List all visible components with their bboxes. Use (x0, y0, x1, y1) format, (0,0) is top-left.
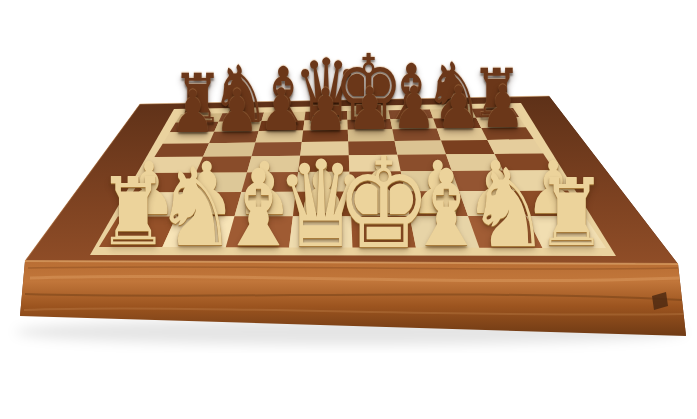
square-c8 (262, 112, 306, 121)
square-f1 (410, 216, 480, 248)
square-e1 (351, 216, 416, 248)
square-b6 (209, 131, 259, 143)
square-b2 (176, 192, 241, 216)
square-f3 (401, 171, 459, 191)
square-d8 (304, 111, 347, 121)
square-a7 (170, 122, 219, 133)
square-c6 (255, 131, 303, 143)
square-d1 (289, 216, 352, 247)
square-g7 (433, 118, 481, 129)
square-g6 (437, 128, 488, 140)
square-b4 (196, 156, 252, 173)
square-b5 (203, 143, 255, 157)
square-a4 (145, 157, 203, 173)
square-d4 (298, 155, 349, 172)
square-e8 (347, 110, 390, 120)
square-b8 (219, 113, 264, 122)
square-f6 (392, 129, 441, 141)
square-d6 (302, 130, 348, 142)
square-a6 (163, 132, 215, 144)
square-h5 (487, 139, 543, 154)
square-c1 (226, 216, 293, 247)
square-a8 (176, 113, 223, 122)
square-f7 (390, 118, 437, 129)
square-g5 (441, 140, 495, 154)
square-e6 (348, 129, 395, 141)
square-c4 (247, 156, 300, 173)
square-e5 (348, 141, 397, 155)
square-e2 (350, 191, 409, 216)
square-e4 (349, 155, 401, 172)
square-d5 (300, 142, 349, 156)
chess-set-photo: ♜♞♝♛♚♝♞♜♟♟♟♟♟♟♟♟♟♟♟♟♟♟♟♟♜♞♝♛♚♝♞♜ (0, 0, 697, 419)
square-c2 (235, 192, 296, 217)
square-d3 (296, 172, 350, 192)
square-e3 (349, 171, 404, 191)
square-c3 (241, 172, 298, 192)
square-f2 (405, 191, 468, 216)
square-h8 (472, 108, 520, 118)
square-b7 (214, 121, 261, 132)
square-e7 (347, 119, 392, 130)
square-g8 (430, 109, 476, 119)
chess-board (0, 0, 697, 419)
square-a5 (154, 143, 209, 157)
square-g3 (452, 171, 514, 192)
square-b3 (187, 172, 247, 192)
square-c7 (259, 121, 305, 132)
square-f5 (395, 140, 446, 154)
square-d7 (303, 120, 348, 131)
square-f4 (397, 154, 452, 171)
square-c5 (252, 142, 302, 156)
square-g4 (446, 154, 503, 171)
square-f8 (389, 110, 434, 120)
square-d2 (293, 192, 351, 217)
square-h7 (476, 117, 526, 128)
square-h6 (481, 127, 534, 140)
